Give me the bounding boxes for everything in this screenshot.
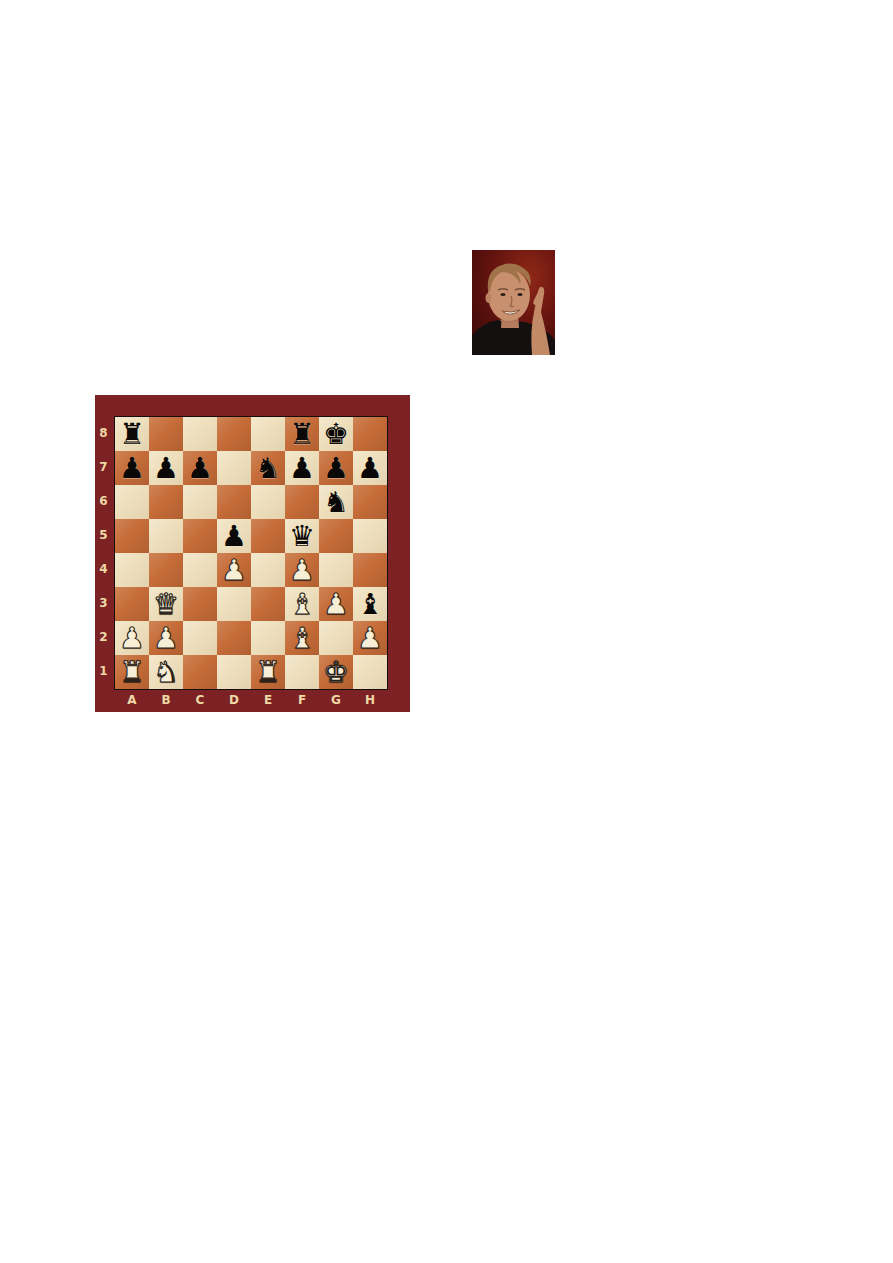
square-h6	[353, 485, 387, 519]
square-f2: ♝	[285, 621, 319, 655]
square-c1	[183, 655, 217, 689]
file-label-a: A	[115, 690, 149, 710]
page: 87654321 ♜♜♚♟♟♟♞♟♟♟♞♟♛♟♟♛♝♟♝♟♟♝♟♜♞♜♚ ABC…	[0, 0, 893, 1263]
player-photo	[472, 250, 555, 355]
square-g4	[319, 553, 353, 587]
file-label-h: H	[353, 690, 387, 710]
rank-label-2: 2	[95, 620, 112, 654]
square-b4	[149, 553, 183, 587]
square-b8	[149, 417, 183, 451]
square-g1: ♚	[319, 655, 353, 689]
square-a7: ♟	[115, 451, 149, 485]
square-f5: ♛	[285, 519, 319, 553]
square-d2	[217, 621, 251, 655]
square-c7: ♟	[183, 451, 217, 485]
black-pawn-f7: ♟	[285, 451, 319, 485]
rank-label-7: 7	[95, 450, 112, 484]
square-b2: ♟	[149, 621, 183, 655]
black-rook-a8: ♜	[115, 417, 149, 451]
white-queen-b3: ♛	[149, 587, 183, 621]
white-pawn-a2: ♟	[115, 621, 149, 655]
square-a8: ♜	[115, 417, 149, 451]
square-a2: ♟	[115, 621, 149, 655]
square-h1	[353, 655, 387, 689]
square-f3: ♝	[285, 587, 319, 621]
square-e3	[251, 587, 285, 621]
square-a5	[115, 519, 149, 553]
white-pawn-f4: ♟	[285, 553, 319, 587]
square-h5	[353, 519, 387, 553]
white-rook-e1: ♜	[251, 655, 285, 689]
file-label-e: E	[251, 690, 285, 710]
rank-label-4: 4	[95, 552, 112, 586]
square-g8: ♚	[319, 417, 353, 451]
black-pawn-h7: ♟	[353, 451, 387, 485]
square-e5	[251, 519, 285, 553]
chess-board: 87654321 ♜♜♚♟♟♟♞♟♟♟♞♟♛♟♟♛♝♟♝♟♟♝♟♜♞♜♚ ABC…	[95, 395, 410, 712]
square-h2: ♟	[353, 621, 387, 655]
square-b6	[149, 485, 183, 519]
square-e8	[251, 417, 285, 451]
square-h8	[353, 417, 387, 451]
square-c4	[183, 553, 217, 587]
file-labels: ABCDEFGH	[115, 690, 387, 710]
square-c3	[183, 587, 217, 621]
file-label-d: D	[217, 690, 251, 710]
square-a1: ♜	[115, 655, 149, 689]
rank-labels: 87654321	[95, 416, 114, 688]
square-c8	[183, 417, 217, 451]
black-pawn-d5: ♟	[217, 519, 251, 553]
square-g7: ♟	[319, 451, 353, 485]
square-g2	[319, 621, 353, 655]
rank-label-3: 3	[95, 586, 112, 620]
player-photo-image	[472, 250, 555, 355]
square-e4	[251, 553, 285, 587]
square-d6	[217, 485, 251, 519]
file-label-g: G	[319, 690, 353, 710]
black-knight-g6: ♞	[319, 485, 353, 519]
square-c2	[183, 621, 217, 655]
rank-label-8: 8	[95, 416, 112, 450]
square-d3	[217, 587, 251, 621]
square-h7: ♟	[353, 451, 387, 485]
square-b7: ♟	[149, 451, 183, 485]
white-knight-b1: ♞	[149, 655, 183, 689]
black-bishop-h3: ♝	[353, 587, 387, 621]
black-knight-e7: ♞	[251, 451, 285, 485]
white-rook-a1: ♜	[115, 655, 149, 689]
square-h4	[353, 553, 387, 587]
black-rook-f8: ♜	[285, 417, 319, 451]
black-pawn-b7: ♟	[149, 451, 183, 485]
square-e7: ♞	[251, 451, 285, 485]
square-b5	[149, 519, 183, 553]
square-a4	[115, 553, 149, 587]
square-f6	[285, 485, 319, 519]
file-label-c: C	[183, 690, 217, 710]
square-d8	[217, 417, 251, 451]
square-g3: ♟	[319, 587, 353, 621]
white-bishop-f3: ♝	[285, 587, 319, 621]
rank-label-1: 1	[95, 654, 112, 688]
square-f4: ♟	[285, 553, 319, 587]
rank-label-6: 6	[95, 484, 112, 518]
white-pawn-d4: ♟	[217, 553, 251, 587]
square-h3: ♝	[353, 587, 387, 621]
square-d4: ♟	[217, 553, 251, 587]
file-label-b: B	[149, 690, 183, 710]
black-pawn-a7: ♟	[115, 451, 149, 485]
square-e2	[251, 621, 285, 655]
square-e6	[251, 485, 285, 519]
white-bishop-f2: ♝	[285, 621, 319, 655]
square-g6: ♞	[319, 485, 353, 519]
square-a6	[115, 485, 149, 519]
square-c5	[183, 519, 217, 553]
square-e1: ♜	[251, 655, 285, 689]
board-grid: ♜♜♚♟♟♟♞♟♟♟♞♟♛♟♟♛♝♟♝♟♟♝♟♜♞♜♚	[114, 416, 388, 690]
square-f1	[285, 655, 319, 689]
square-a3	[115, 587, 149, 621]
square-d7	[217, 451, 251, 485]
square-d5: ♟	[217, 519, 251, 553]
square-b1: ♞	[149, 655, 183, 689]
white-pawn-b2: ♟	[149, 621, 183, 655]
black-pawn-c7: ♟	[183, 451, 217, 485]
rank-label-5: 5	[95, 518, 112, 552]
square-f8: ♜	[285, 417, 319, 451]
square-d1	[217, 655, 251, 689]
black-queen-f5: ♛	[285, 519, 319, 553]
black-king-g8: ♚	[319, 417, 353, 451]
square-g5	[319, 519, 353, 553]
white-king-g1: ♚	[319, 655, 353, 689]
square-c6	[183, 485, 217, 519]
black-pawn-g7: ♟	[319, 451, 353, 485]
file-label-f: F	[285, 690, 319, 710]
square-f7: ♟	[285, 451, 319, 485]
white-pawn-g3: ♟	[319, 587, 353, 621]
white-pawn-h2: ♟	[353, 621, 387, 655]
square-b3: ♛	[149, 587, 183, 621]
